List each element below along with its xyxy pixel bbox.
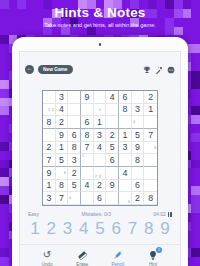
numpad-key-8[interactable]: 8 bbox=[142, 219, 156, 239]
cell-r8c3[interactable]: 5 bbox=[68, 180, 81, 193]
cell-r7c4[interactable] bbox=[81, 167, 94, 180]
cell-r1c8[interactable] bbox=[132, 91, 145, 104]
cell-r4c8[interactable]: 5 bbox=[132, 129, 145, 142]
cell-r7c6[interactable] bbox=[106, 167, 119, 180]
header: Hints & Notes Take notes and get hints, … bbox=[0, 5, 200, 28]
more-options-icon[interactable] bbox=[167, 60, 175, 78]
hint-button[interactable]: 1 Hint bbox=[140, 250, 166, 266]
mistakes-label: Mistakes: 0/3 bbox=[81, 211, 110, 217]
note-digit: 4 bbox=[132, 121, 134, 123]
cell-r8c8[interactable]: 6 bbox=[132, 180, 145, 193]
trophy-icon[interactable] bbox=[143, 60, 151, 78]
cell-r6c2[interactable]: 5 bbox=[56, 154, 69, 167]
cell-r1c9[interactable]: 2 bbox=[144, 91, 157, 104]
game-screen: ← New Game bbox=[19, 51, 181, 266]
cell-r6c8[interactable]: 8 bbox=[132, 154, 145, 167]
undo-label: Undo bbox=[42, 262, 53, 266]
note-digit: 8 bbox=[98, 176, 100, 178]
note-digit: 5 bbox=[48, 108, 50, 110]
cell-r8c5[interactable]: 2 bbox=[94, 180, 107, 193]
note-digit: 7 bbox=[94, 176, 96, 178]
cell-r7c9[interactable] bbox=[144, 167, 157, 180]
cell-r2c3[interactable] bbox=[68, 104, 81, 117]
cell-r3c7[interactable] bbox=[119, 116, 132, 129]
numpad-key-5[interactable]: 5 bbox=[93, 219, 107, 239]
cell-r2c6[interactable] bbox=[106, 104, 119, 117]
cell-r8c4[interactable]: 4 bbox=[81, 180, 94, 193]
numpad: 123456789 bbox=[20, 219, 180, 239]
cell-r6c4[interactable]: 1 bbox=[81, 154, 94, 167]
cell-r8c7[interactable] bbox=[119, 180, 132, 193]
cell-r7c2[interactable]: 6 bbox=[56, 167, 69, 180]
numpad-key-6[interactable]: 6 bbox=[109, 219, 123, 239]
cell-r8c9[interactable] bbox=[144, 180, 157, 193]
cell-r8c2[interactable]: 8 bbox=[56, 180, 69, 193]
pencil-label: Pencil bbox=[111, 262, 124, 266]
cell-r9c9[interactable]: 8 bbox=[144, 192, 157, 205]
cell-r6c9[interactable] bbox=[144, 154, 157, 167]
cell-r1c7[interactable]: 6 bbox=[119, 91, 132, 104]
cell-r4c4[interactable]: 8 bbox=[81, 129, 94, 142]
cell-r7c1[interactable]: 9 bbox=[43, 167, 56, 180]
cell-r5c1[interactable]: 2 bbox=[43, 142, 56, 155]
cell-r8c6[interactable]: 9 bbox=[106, 180, 119, 193]
cell-r6c3[interactable]: 3 bbox=[68, 154, 81, 167]
note-digit: 9 bbox=[128, 201, 130, 203]
pencil-icon bbox=[112, 250, 123, 261]
cell-r1c1[interactable] bbox=[43, 91, 56, 104]
cell-r1c2[interactable]: 3 bbox=[56, 91, 69, 104]
cell-r9c2[interactable]: 7 bbox=[56, 192, 69, 205]
page-title: Hints & Notes bbox=[0, 5, 200, 20]
cell-r8c1[interactable]: 1 bbox=[43, 180, 56, 193]
cell-r3c4[interactable]: 6 bbox=[81, 116, 94, 129]
note-digit: 4 bbox=[69, 197, 71, 199]
cell-r1c3[interactable] bbox=[68, 91, 81, 104]
toolbar: ↺ Undo Erase bbox=[20, 244, 180, 266]
cell-r2c2[interactable]: 4 bbox=[56, 104, 69, 117]
cell-r4c2[interactable]: 9 bbox=[56, 129, 69, 142]
back-arrow-icon: ← bbox=[27, 66, 33, 72]
new-game-label: New Game bbox=[43, 67, 68, 72]
note-digit: 6 bbox=[154, 146, 156, 148]
cell-r6c5[interactable] bbox=[94, 154, 107, 167]
cell-r1c6[interactable]: 4 bbox=[106, 91, 119, 104]
numpad-key-3[interactable]: 3 bbox=[61, 219, 75, 239]
cell-r2c8[interactable]: 3 bbox=[132, 104, 145, 117]
undo-button[interactable]: ↺ Undo bbox=[34, 250, 60, 266]
note-digit: 6 bbox=[52, 108, 54, 110]
cell-r5c2[interactable]: 1 bbox=[56, 142, 69, 155]
cell-r6c1[interactable]: 7 bbox=[43, 154, 56, 167]
tablet-mockup: ← New Game bbox=[12, 37, 188, 266]
cell-r7c7[interactable]: 4 bbox=[119, 167, 132, 180]
cell-r9c5[interactable]: 6 bbox=[94, 192, 107, 205]
cell-r9c3[interactable]: 4 bbox=[68, 192, 81, 205]
timer-label: 04:02 bbox=[153, 211, 166, 217]
numpad-key-7[interactable]: 7 bbox=[126, 219, 140, 239]
hint-badge: 1 bbox=[156, 247, 162, 253]
undo-icon: ↺ bbox=[43, 250, 51, 261]
cell-r3c8[interactable]: 4 bbox=[132, 116, 145, 129]
cell-r4c1[interactable] bbox=[43, 129, 56, 142]
sudoku-board: 3946256458318261496832157218745396753168… bbox=[42, 90, 158, 206]
cell-r7c3[interactable]: 2 bbox=[68, 167, 81, 180]
cell-r9c7[interactable]: 9 bbox=[119, 192, 132, 205]
cell-r4c7[interactable]: 1 bbox=[119, 129, 132, 142]
cell-r6c7[interactable] bbox=[119, 154, 132, 167]
cell-r6c6[interactable]: 6 bbox=[106, 154, 119, 167]
note-digit: 6 bbox=[64, 172, 66, 174]
new-game-button[interactable]: New Game bbox=[38, 65, 73, 74]
cell-r7c5[interactable]: 78 bbox=[94, 167, 107, 180]
cell-r5c5[interactable]: 4 bbox=[94, 142, 107, 155]
status-bar: Easy Mistakes: 0/3 04:02 bbox=[20, 211, 180, 217]
cell-r9c8[interactable]: 2 bbox=[132, 192, 145, 205]
numpad-key-4[interactable]: 4 bbox=[77, 219, 91, 239]
note-digit: 1 bbox=[82, 155, 84, 157]
cell-r4c5[interactable]: 3 bbox=[94, 129, 107, 142]
cell-r7c8[interactable] bbox=[132, 167, 145, 180]
cell-r4c3[interactable]: 6 bbox=[68, 129, 81, 142]
lightbulb-icon: 1 bbox=[148, 250, 158, 261]
cell-r1c5[interactable] bbox=[94, 91, 107, 104]
cell-r9c4[interactable] bbox=[81, 192, 94, 205]
back-button[interactable]: ← bbox=[25, 65, 34, 74]
cell-r3c2[interactable]: 2 bbox=[56, 116, 69, 129]
erase-button[interactable]: Erase bbox=[69, 250, 95, 266]
page-subtitle: Take notes and get hints, all within the… bbox=[0, 22, 200, 28]
magic-wand-icon[interactable] bbox=[155, 60, 163, 78]
eraser-icon bbox=[77, 250, 88, 261]
cell-r2c9[interactable]: 1 bbox=[144, 104, 157, 117]
cell-r4c9[interactable]: 7 bbox=[144, 129, 157, 142]
numpad-key-9[interactable]: 9 bbox=[158, 219, 172, 239]
pause-button[interactable] bbox=[168, 212, 172, 217]
cell-r4c6[interactable]: 2 bbox=[106, 129, 119, 142]
note-digit: 5 bbox=[98, 108, 100, 110]
numpad-key-2[interactable]: 2 bbox=[44, 219, 58, 239]
cell-r5c4[interactable]: 7 bbox=[81, 142, 94, 155]
cell-r2c5[interactable]: 5 bbox=[94, 104, 107, 117]
cell-r5c9[interactable]: 6 bbox=[144, 142, 157, 155]
top-bar: ← New Game bbox=[20, 52, 180, 78]
cell-r9c1[interactable]: 3 bbox=[43, 192, 56, 205]
pencil-button[interactable]: Pencil bbox=[105, 250, 131, 266]
cell-r1c4[interactable]: 9 bbox=[81, 91, 94, 104]
hint-label: Hint bbox=[149, 262, 157, 266]
tablet-camera-dot bbox=[99, 43, 102, 46]
cell-r3c6[interactable] bbox=[106, 116, 119, 129]
cell-r5c6[interactable]: 5 bbox=[106, 142, 119, 155]
cell-r2c7[interactable]: 8 bbox=[119, 104, 132, 117]
cell-r5c3[interactable]: 8 bbox=[68, 142, 81, 155]
cell-r3c9[interactable] bbox=[144, 116, 157, 129]
cell-r2c1[interactable]: 56 bbox=[43, 104, 56, 117]
cell-r9c6[interactable] bbox=[106, 192, 119, 205]
cell-r5c7[interactable]: 3 bbox=[119, 142, 132, 155]
cell-r3c5[interactable]: 1 bbox=[94, 116, 107, 129]
cell-r3c3[interactable] bbox=[68, 116, 81, 129]
erase-label: Erase bbox=[76, 262, 88, 266]
difficulty-label: Easy bbox=[28, 211, 39, 217]
cell-r3c1[interactable]: 8 bbox=[43, 116, 56, 129]
cell-r2c4[interactable] bbox=[81, 104, 94, 117]
numpad-key-1[interactable]: 1 bbox=[28, 219, 42, 239]
cell-r5c8[interactable]: 9 bbox=[132, 142, 145, 155]
